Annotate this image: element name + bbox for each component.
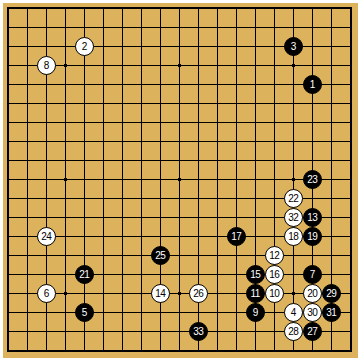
stone-black-7[interactable]: 7 <box>303 265 322 284</box>
stone-white-30[interactable]: 30 <box>303 303 322 322</box>
stone-white-6[interactable]: 6 <box>37 284 56 303</box>
stone-black-21[interactable]: 21 <box>75 265 94 284</box>
stone-white-24[interactable]: 24 <box>37 227 56 246</box>
go-diagram: 1234567891011121314151617181920212223242… <box>0 0 361 361</box>
stone-white-4[interactable]: 4 <box>284 303 303 322</box>
stone-black-15[interactable]: 15 <box>246 265 265 284</box>
stone-black-31[interactable]: 31 <box>322 303 341 322</box>
stone-black-11[interactable]: 11 <box>246 284 265 303</box>
stone-white-10[interactable]: 10 <box>265 284 284 303</box>
stone-white-14[interactable]: 14 <box>151 284 170 303</box>
stone-black-9[interactable]: 9 <box>246 303 265 322</box>
stone-black-1[interactable]: 1 <box>303 75 322 94</box>
stone-black-5[interactable]: 5 <box>75 303 94 322</box>
stone-black-3[interactable]: 3 <box>284 37 303 56</box>
stone-black-13[interactable]: 13 <box>303 208 322 227</box>
stone-white-22[interactable]: 22 <box>284 189 303 208</box>
stone-black-25[interactable]: 25 <box>151 246 170 265</box>
stone-white-28[interactable]: 28 <box>284 322 303 341</box>
stone-white-20[interactable]: 20 <box>303 284 322 303</box>
stone-black-27[interactable]: 27 <box>303 322 322 341</box>
stone-black-23[interactable]: 23 <box>303 170 322 189</box>
stone-white-32[interactable]: 32 <box>284 208 303 227</box>
stone-white-18[interactable]: 18 <box>284 227 303 246</box>
stone-black-29[interactable]: 29 <box>322 284 341 303</box>
stone-white-2[interactable]: 2 <box>75 37 94 56</box>
stone-white-16[interactable]: 16 <box>265 265 284 284</box>
stone-black-33[interactable]: 33 <box>189 322 208 341</box>
stone-black-17[interactable]: 17 <box>227 227 246 246</box>
stone-white-8[interactable]: 8 <box>37 56 56 75</box>
stone-white-26[interactable]: 26 <box>189 284 208 303</box>
goban-grid[interactable]: 1234567891011121314151617181920212223242… <box>0 0 360 360</box>
stone-white-12[interactable]: 12 <box>265 246 284 265</box>
stone-black-19[interactable]: 19 <box>303 227 322 246</box>
